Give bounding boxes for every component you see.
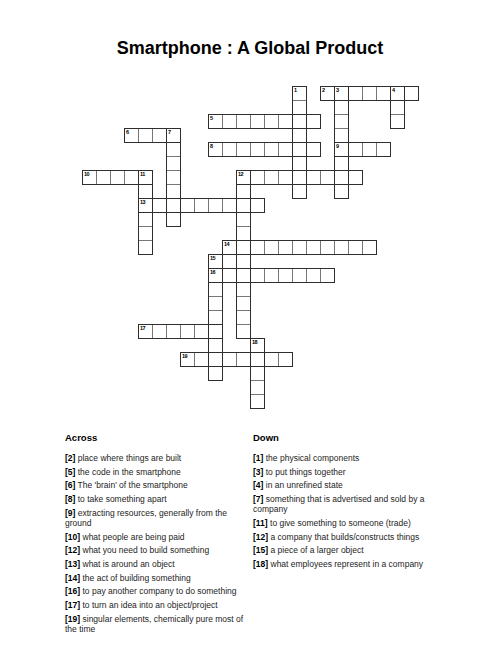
cell-r4c13[interactable]	[264, 142, 279, 157]
cell-r19c7[interactable]: 19	[180, 352, 195, 367]
cell-r3c18[interactable]	[334, 128, 349, 143]
cell-number: 19	[182, 353, 187, 359]
cell-r11c18[interactable]	[334, 240, 349, 255]
across-clue-2: [2] place where things are built	[65, 453, 255, 463]
cell-r3c6[interactable]: 7	[166, 128, 181, 143]
cell-r4c21[interactable]	[376, 142, 391, 157]
cell-r19c9[interactable]	[208, 352, 223, 367]
cell-r0c22[interactable]: 4	[390, 86, 405, 101]
cell-number: 16	[210, 269, 215, 275]
cell-r6c3[interactable]	[124, 170, 139, 185]
cell-r11c10[interactable]: 14	[222, 240, 237, 255]
down-clue-7: [7] something that is advertised and sol…	[253, 494, 455, 514]
cell-r18c9[interactable]	[208, 338, 223, 353]
cell-r16c11[interactable]	[236, 310, 251, 325]
cell-r7c11[interactable]	[236, 184, 251, 199]
cell-r15c9[interactable]	[208, 296, 223, 311]
cell-r13c12[interactable]	[250, 268, 265, 283]
cell-number: 18	[252, 339, 257, 345]
cell-r2c13[interactable]	[264, 114, 279, 129]
cell-r8c7[interactable]	[180, 198, 195, 213]
cell-number: 13	[140, 199, 145, 205]
cell-r13c17[interactable]	[320, 268, 335, 283]
cell-r9c4[interactable]	[138, 212, 153, 227]
cell-r11c11[interactable]	[236, 240, 251, 255]
cell-r11c20[interactable]	[362, 240, 377, 255]
cell-r2c18[interactable]	[334, 114, 349, 129]
down-clue-1: [1] the physical components	[253, 453, 455, 463]
cell-number: 4	[392, 87, 395, 93]
cell-r17c6[interactable]	[166, 324, 181, 339]
cell-r19c13[interactable]	[264, 352, 279, 367]
cell-r6c12[interactable]	[250, 170, 265, 185]
cell-r17c5[interactable]	[152, 324, 167, 339]
cell-r19c10[interactable]	[222, 352, 237, 367]
cell-r8c10[interactable]	[222, 198, 237, 213]
cell-r8c4[interactable]: 13	[138, 198, 153, 213]
cell-r14c11[interactable]	[236, 282, 251, 297]
across-clues-column: Across [2] place where things are built[…	[65, 432, 255, 638]
cell-r0c15[interactable]: 1	[292, 86, 307, 101]
cell-r18c12[interactable]: 18	[250, 338, 265, 353]
cell-r7c6[interactable]	[166, 184, 181, 199]
cell-r8c12[interactable]	[250, 198, 265, 213]
cell-r2c9[interactable]: 5	[208, 114, 223, 129]
cell-r0c20[interactable]	[362, 86, 377, 101]
cell-r13c13[interactable]	[264, 268, 279, 283]
cell-number: 9	[336, 143, 339, 149]
cell-r7c18[interactable]	[334, 184, 349, 199]
cell-number: 17	[140, 325, 145, 331]
across-clue-12: [12] what you need to build something	[65, 545, 255, 555]
cell-r0c19[interactable]	[348, 86, 363, 101]
down-clue-11: [11] to give something to someone (trade…	[253, 518, 455, 528]
cell-number: 14	[224, 241, 229, 247]
cell-r19c14[interactable]	[278, 352, 293, 367]
cell-r5c6[interactable]	[166, 156, 181, 171]
cell-r11c16[interactable]	[306, 240, 321, 255]
cell-number: 5	[210, 115, 213, 121]
cell-r17c11[interactable]	[236, 324, 251, 339]
cell-r9c11[interactable]	[236, 212, 251, 227]
cell-r1c22[interactable]	[390, 100, 405, 115]
cell-r4c9[interactable]: 8	[208, 142, 223, 157]
cell-r2c10[interactable]	[222, 114, 237, 129]
cell-r11c14[interactable]	[278, 240, 293, 255]
cell-r5c15[interactable]	[292, 156, 307, 171]
cell-r14c9[interactable]	[208, 282, 223, 297]
cell-r17c9[interactable]	[208, 324, 223, 339]
cell-number: 6	[126, 129, 129, 135]
cell-r12c11[interactable]	[236, 254, 251, 269]
cell-number: 1	[294, 87, 297, 93]
across-clue-10: [10] what people are being paid	[65, 532, 255, 542]
cell-r2c15[interactable]	[292, 114, 307, 129]
cell-r11c12[interactable]	[250, 240, 265, 255]
cell-number: 2	[322, 87, 325, 93]
cell-r2c16[interactable]	[306, 114, 321, 129]
cell-r4c11[interactable]	[236, 142, 251, 157]
cell-r3c15[interactable]	[292, 128, 307, 143]
cell-r1c18[interactable]	[334, 100, 349, 115]
cell-r6c14[interactable]	[278, 170, 293, 185]
cell-number: 11	[140, 171, 145, 177]
across-header: Across	[65, 432, 255, 443]
cell-r13c14[interactable]	[278, 268, 293, 283]
cell-r13c10[interactable]	[222, 268, 237, 283]
down-clue-list: [1] the physical components[3] to put th…	[253, 453, 455, 569]
page-title: Smartphone : A Global Product	[0, 38, 500, 59]
down-clue-3: [3] to put things together	[253, 467, 455, 477]
cell-r13c11[interactable]	[236, 268, 251, 283]
cell-r7c15[interactable]	[292, 184, 307, 199]
cell-r13c16[interactable]	[306, 268, 321, 283]
cell-r4c12[interactable]	[250, 142, 265, 157]
cell-r0c23[interactable]	[404, 86, 419, 101]
cell-r17c7[interactable]	[180, 324, 195, 339]
cell-r3c3[interactable]: 6	[124, 128, 139, 143]
cell-r7c4[interactable]	[138, 184, 153, 199]
cell-r2c12[interactable]	[250, 114, 265, 129]
cell-number: 15	[210, 255, 215, 261]
cell-r6c13[interactable]	[264, 170, 279, 185]
down-clue-18: [18] what employees represent in a compa…	[253, 559, 455, 569]
cell-r19c8[interactable]	[194, 352, 209, 367]
cell-r3c4[interactable]	[138, 128, 153, 143]
cell-r4c20[interactable]	[362, 142, 377, 157]
cell-r6c18[interactable]	[334, 170, 349, 185]
cell-r21c12[interactable]	[250, 380, 265, 395]
cell-r10c11[interactable]	[236, 226, 251, 241]
across-clue-14: [14] the act of building something	[65, 573, 255, 583]
cell-number: 7	[168, 129, 171, 135]
across-clue-5: [5] the code in the smartphone	[65, 467, 255, 477]
cell-r6c4[interactable]: 11	[138, 170, 153, 185]
cell-r9c6[interactable]	[166, 212, 181, 227]
cell-r11c19[interactable]	[348, 240, 363, 255]
down-clue-12: [12] a company that builds/constructs th…	[253, 532, 455, 542]
cell-r22c12[interactable]	[250, 394, 265, 409]
cell-r2c22[interactable]	[390, 114, 405, 129]
cell-r13c15[interactable]	[292, 268, 307, 283]
cell-r2c14[interactable]	[278, 114, 293, 129]
cell-r2c11[interactable]	[236, 114, 251, 129]
cell-r5c18[interactable]	[334, 156, 349, 171]
cell-r0c21[interactable]	[376, 86, 391, 101]
cell-number: 3	[336, 87, 339, 93]
across-clue-19: [19] singular elements, chemically pure …	[65, 614, 255, 634]
across-clue-9: [9] extracting resources, generally from…	[65, 508, 255, 528]
cell-r19c11[interactable]	[236, 352, 251, 367]
cell-r1c15[interactable]	[292, 100, 307, 115]
cell-r6c2[interactable]	[110, 170, 125, 185]
cell-r19c12[interactable]	[250, 352, 265, 367]
across-clue-16: [16] to pay another company to do someth…	[65, 586, 255, 596]
down-clue-15: [15] a piece of a larger object	[253, 545, 455, 555]
down-clue-4: [4] in an unrefined state	[253, 480, 455, 490]
cell-r6c6[interactable]	[166, 170, 181, 185]
cell-r0c18[interactable]: 3	[334, 86, 349, 101]
cell-r11c15[interactable]	[292, 240, 307, 255]
cell-number: 10	[84, 171, 89, 177]
across-clue-list: [2] place where things are built[5] the …	[65, 453, 255, 634]
across-clue-17: [17] to turn an idea into an object/proj…	[65, 600, 255, 610]
across-clue-8: [8] to take something apart	[65, 494, 255, 504]
across-clue-13: [13] what is around an object	[65, 559, 255, 569]
cell-r4c10[interactable]	[222, 142, 237, 157]
cell-r11c17[interactable]	[320, 240, 335, 255]
cell-r4c6[interactable]	[166, 142, 181, 157]
cell-r3c5[interactable]	[152, 128, 167, 143]
cell-r17c4[interactable]: 17	[138, 324, 153, 339]
cell-r4c15[interactable]	[292, 142, 307, 157]
cell-r8c8[interactable]	[194, 198, 209, 213]
cell-r20c9[interactable]	[208, 366, 223, 381]
cell-number: 12	[238, 171, 243, 177]
crossword-grid: 12345678910111213141516171819	[82, 86, 419, 409]
cell-r15c11[interactable]	[236, 296, 251, 311]
cell-r4c16[interactable]	[306, 142, 321, 157]
cell-r6c16[interactable]	[306, 170, 321, 185]
cell-r6c1[interactable]	[96, 170, 111, 185]
down-clues-column: Down [1] the physical components[3] to p…	[253, 432, 455, 573]
cell-r8c5[interactable]	[152, 198, 167, 213]
cell-r10c4[interactable]	[138, 226, 153, 241]
cell-r16c9[interactable]	[208, 310, 223, 325]
cell-r0c17[interactable]: 2	[320, 86, 335, 101]
cell-r4c19[interactable]	[348, 142, 363, 157]
cell-r8c9[interactable]	[208, 198, 223, 213]
cell-r12c9[interactable]: 15	[208, 254, 223, 269]
cell-r11c13[interactable]	[264, 240, 279, 255]
cell-r17c8[interactable]	[194, 324, 209, 339]
cell-r20c12[interactable]	[250, 366, 265, 381]
cell-r6c0[interactable]: 10	[82, 170, 97, 185]
cell-number: 8	[210, 143, 213, 149]
cell-r11c4[interactable]	[138, 240, 153, 255]
cell-r6c11[interactable]: 12	[236, 170, 251, 185]
cell-r6c19[interactable]	[348, 170, 363, 185]
cell-r13c9[interactable]: 16	[208, 268, 223, 283]
cell-r6c15[interactable]	[292, 170, 307, 185]
cell-r4c14[interactable]	[278, 142, 293, 157]
cell-r6c17[interactable]	[320, 170, 335, 185]
cell-r8c11[interactable]	[236, 198, 251, 213]
across-clue-6: [6] The 'brain' of the smartphone	[65, 480, 255, 490]
down-header: Down	[253, 432, 455, 443]
cell-r8c6[interactable]	[166, 198, 181, 213]
cell-r4c18[interactable]: 9	[334, 142, 349, 157]
